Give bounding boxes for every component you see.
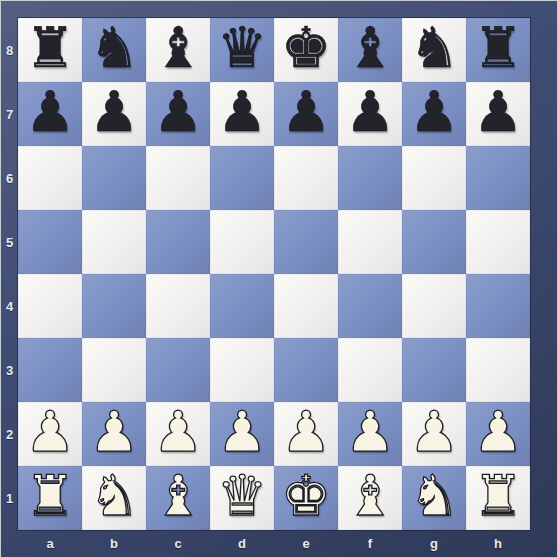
rank-label-4: 4 — [1, 274, 18, 338]
square-c6[interactable] — [146, 146, 210, 210]
square-b3[interactable] — [82, 338, 146, 402]
square-f2[interactable]: ♟ — [338, 402, 402, 466]
square-b5[interactable] — [82, 210, 146, 274]
square-a8[interactable]: ♜ — [18, 18, 82, 82]
square-a2[interactable]: ♟ — [18, 402, 82, 466]
file-label-e: e — [274, 530, 338, 557]
piece-white-rook[interactable]: ♜ — [473, 468, 523, 524]
square-d2[interactable]: ♟ — [210, 402, 274, 466]
square-b7[interactable]: ♟ — [82, 82, 146, 146]
square-c1[interactable]: ♝ — [146, 466, 210, 530]
piece-white-pawn[interactable]: ♟ — [153, 404, 203, 460]
piece-black-pawn[interactable]: ♟ — [281, 84, 331, 140]
square-g3[interactable] — [402, 338, 466, 402]
square-g2[interactable]: ♟ — [402, 402, 466, 466]
square-f6[interactable] — [338, 146, 402, 210]
piece-black-pawn[interactable]: ♟ — [89, 84, 139, 140]
file-label-c: c — [146, 530, 210, 557]
square-c3[interactable] — [146, 338, 210, 402]
square-f1[interactable]: ♝ — [338, 466, 402, 530]
piece-white-pawn[interactable]: ♟ — [217, 404, 267, 460]
square-f4[interactable] — [338, 274, 402, 338]
square-a1[interactable]: ♜ — [18, 466, 82, 530]
piece-black-rook[interactable]: ♜ — [473, 20, 523, 76]
piece-white-knight[interactable]: ♞ — [89, 468, 139, 524]
rank-label-5: 5 — [1, 210, 18, 274]
square-a7[interactable]: ♟ — [18, 82, 82, 146]
rank-label-1: 1 — [1, 466, 18, 530]
square-h6[interactable] — [466, 146, 530, 210]
piece-white-queen[interactable]: ♛ — [217, 468, 267, 524]
piece-white-bishop[interactable]: ♝ — [345, 468, 395, 524]
square-g7[interactable]: ♟ — [402, 82, 466, 146]
square-h4[interactable] — [466, 274, 530, 338]
square-e8[interactable]: ♚ — [274, 18, 338, 82]
square-g8[interactable]: ♞ — [402, 18, 466, 82]
square-e3[interactable] — [274, 338, 338, 402]
square-b8[interactable]: ♞ — [82, 18, 146, 82]
file-label-a: a — [18, 530, 82, 557]
file-label-f: f — [338, 530, 402, 557]
square-a4[interactable] — [18, 274, 82, 338]
square-e1[interactable]: ♚ — [274, 466, 338, 530]
square-c8[interactable]: ♝ — [146, 18, 210, 82]
square-c4[interactable] — [146, 274, 210, 338]
square-e4[interactable] — [274, 274, 338, 338]
square-h8[interactable]: ♜ — [466, 18, 530, 82]
piece-black-knight[interactable]: ♞ — [409, 20, 459, 76]
square-f8[interactable]: ♝ — [338, 18, 402, 82]
rank-label-7: 7 — [1, 82, 18, 146]
piece-black-pawn[interactable]: ♟ — [409, 84, 459, 140]
file-label-h: h — [466, 530, 530, 557]
square-c7[interactable]: ♟ — [146, 82, 210, 146]
piece-white-pawn[interactable]: ♟ — [345, 404, 395, 460]
board-grid: 87654321♜♞♝♛♚♝♞♜♟♟♟♟♟♟♟♟♟♟♟♟♟♟♟♟♜♞♝♛♚♝♞♜… — [1, 1, 557, 557]
piece-white-rook[interactable]: ♜ — [25, 468, 75, 524]
piece-black-knight[interactable]: ♞ — [89, 20, 139, 76]
file-label-g: g — [402, 530, 466, 557]
piece-black-bishop[interactable]: ♝ — [345, 20, 395, 76]
square-h5[interactable] — [466, 210, 530, 274]
piece-white-pawn[interactable]: ♟ — [473, 404, 523, 460]
square-b2[interactable]: ♟ — [82, 402, 146, 466]
square-h1[interactable]: ♜ — [466, 466, 530, 530]
file-label-d: d — [210, 530, 274, 557]
square-b4[interactable] — [82, 274, 146, 338]
rank-label-8: 8 — [1, 18, 18, 82]
piece-white-king[interactable]: ♚ — [281, 468, 331, 524]
piece-black-pawn[interactable]: ♟ — [153, 84, 203, 140]
rank-label-3: 3 — [1, 338, 18, 402]
rank-label-6: 6 — [1, 146, 18, 210]
square-d6[interactable] — [210, 146, 274, 210]
chess-board: 87654321♜♞♝♛♚♝♞♜♟♟♟♟♟♟♟♟♟♟♟♟♟♟♟♟♜♞♝♛♚♝♞♜… — [0, 0, 558, 558]
square-f5[interactable] — [338, 210, 402, 274]
square-c5[interactable] — [146, 210, 210, 274]
piece-white-pawn[interactable]: ♟ — [409, 404, 459, 460]
piece-white-pawn[interactable]: ♟ — [25, 404, 75, 460]
piece-black-rook[interactable]: ♜ — [25, 20, 75, 76]
square-d7[interactable]: ♟ — [210, 82, 274, 146]
piece-black-pawn[interactable]: ♟ — [25, 84, 75, 140]
square-h2[interactable]: ♟ — [466, 402, 530, 466]
piece-black-pawn[interactable]: ♟ — [345, 84, 395, 140]
square-h7[interactable]: ♟ — [466, 82, 530, 146]
square-d5[interactable] — [210, 210, 274, 274]
square-a3[interactable] — [18, 338, 82, 402]
piece-black-pawn[interactable]: ♟ — [217, 84, 267, 140]
piece-white-pawn[interactable]: ♟ — [281, 404, 331, 460]
square-f3[interactable] — [338, 338, 402, 402]
piece-black-bishop[interactable]: ♝ — [153, 20, 203, 76]
piece-black-king[interactable]: ♚ — [281, 20, 331, 76]
square-e6[interactable] — [274, 146, 338, 210]
square-d1[interactable]: ♛ — [210, 466, 274, 530]
square-d3[interactable] — [210, 338, 274, 402]
rank-label-2: 2 — [1, 402, 18, 466]
piece-white-bishop[interactable]: ♝ — [153, 468, 203, 524]
square-g6[interactable] — [402, 146, 466, 210]
square-e2[interactable]: ♟ — [274, 402, 338, 466]
piece-black-pawn[interactable]: ♟ — [473, 84, 523, 140]
square-g4[interactable] — [402, 274, 466, 338]
square-g1[interactable]: ♞ — [402, 466, 466, 530]
file-label-b: b — [82, 530, 146, 557]
square-b1[interactable]: ♞ — [82, 466, 146, 530]
square-g5[interactable] — [402, 210, 466, 274]
square-d8[interactable]: ♛ — [210, 18, 274, 82]
piece-white-pawn[interactable]: ♟ — [89, 404, 139, 460]
piece-white-knight[interactable]: ♞ — [409, 468, 459, 524]
square-c2[interactable]: ♟ — [146, 402, 210, 466]
square-h3[interactable] — [466, 338, 530, 402]
square-e5[interactable] — [274, 210, 338, 274]
square-d4[interactable] — [210, 274, 274, 338]
square-e7[interactable]: ♟ — [274, 82, 338, 146]
square-b6[interactable] — [82, 146, 146, 210]
square-f7[interactable]: ♟ — [338, 82, 402, 146]
square-a5[interactable] — [18, 210, 82, 274]
piece-black-queen[interactable]: ♛ — [217, 20, 267, 76]
square-a6[interactable] — [18, 146, 82, 210]
